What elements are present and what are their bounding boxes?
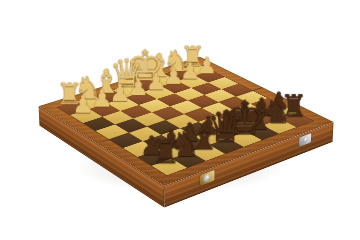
- square-d8[interactable]: [210, 138, 244, 153]
- brass-clasp-icon: [200, 170, 215, 186]
- square-f7[interactable]: [231, 117, 264, 131]
- square-c6[interactable]: [161, 128, 194, 143]
- square-a8[interactable]: [152, 159, 187, 176]
- square-e7[interactable]: [213, 124, 246, 139]
- board-top-face: [39, 57, 334, 186]
- square-e8[interactable]: [228, 132, 262, 147]
- square-b4[interactable]: [115, 118, 147, 132]
- square-c8[interactable]: [191, 145, 225, 161]
- square-c7[interactable]: [176, 136, 210, 151]
- square-a3[interactable]: [83, 117, 115, 131]
- square-d6[interactable]: [180, 122, 213, 137]
- square-c5[interactable]: [147, 120, 180, 134]
- square-h8[interactable]: [281, 113, 314, 127]
- chess-set-photo: ♜♞♝♛♚♝♞♜♟♟♟♟♟♟♟♟♟♟♟♟♟♟♟♟♜♞♝♛♚♝♞♜: [0, 0, 360, 240]
- square-b8[interactable]: [172, 152, 207, 168]
- square-b5[interactable]: [129, 126, 162, 141]
- square-d7[interactable]: [195, 130, 228, 145]
- scene: ♜♞♝♛♚♝♞♜♟♟♟♟♟♟♟♟♟♟♟♟♟♟♟♟♜♞♝♛♚♝♞♜: [0, 0, 360, 240]
- square-b7[interactable]: [157, 143, 191, 159]
- square-c4[interactable]: [134, 112, 166, 126]
- square-b6[interactable]: [142, 135, 175, 150]
- square-a5[interactable]: [109, 133, 142, 148]
- square-a6[interactable]: [123, 141, 157, 157]
- square-d5[interactable]: [166, 114, 198, 128]
- square-e6[interactable]: [198, 116, 231, 130]
- square-g8[interactable]: [264, 119, 297, 133]
- square-a7[interactable]: [137, 150, 171, 166]
- square-a4[interactable]: [96, 125, 129, 140]
- square-f8[interactable]: [246, 125, 279, 140]
- chess-board: ♜♞♝♛♚♝♞♜♟♟♟♟♟♟♟♟♟♟♟♟♟♟♟♟♜♞♝♛♚♝♞♜: [39, 57, 334, 186]
- steel-clasp-icon: [299, 133, 311, 147]
